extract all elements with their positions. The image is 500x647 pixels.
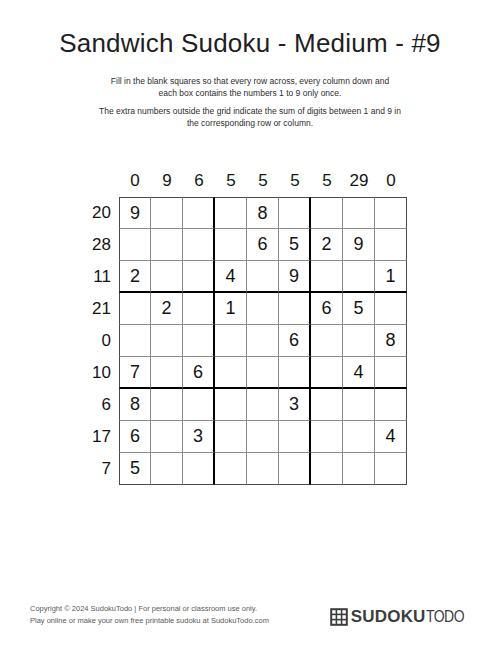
- sudoku-grid-icon: [330, 608, 348, 626]
- sudoku-cell-r2c8: 9: [343, 229, 375, 261]
- column-clue-1: 0: [119, 170, 151, 197]
- sudoku-cell-r1c1: 9: [119, 197, 151, 229]
- sudoku-cell-r9c1: 5: [119, 453, 151, 485]
- sudoku-cell-r8c1: 6: [119, 421, 151, 453]
- footer: Copyright © 2024 SudokuTodo | For person…: [30, 603, 269, 627]
- row-clue-7: 6: [93, 389, 119, 421]
- footer-tagline: Play online or make your own free printa…: [30, 615, 269, 627]
- row-clue-4: 21: [93, 293, 119, 325]
- sudoku-cell-r1c2: [151, 197, 183, 229]
- sudoku-cell-r7c9: [375, 389, 407, 421]
- row-clue-9: 7: [93, 453, 119, 485]
- sudoku-cell-r8c6: [279, 421, 311, 453]
- column-clue-8: 29: [343, 170, 375, 197]
- sudoku-cell-r8c2: [151, 421, 183, 453]
- sudoku-cell-r8c8: [343, 421, 375, 453]
- sudoku-cell-r9c6: [279, 453, 311, 485]
- sudoku-cell-r1c6: [279, 197, 311, 229]
- sudoku-cell-r8c5: [247, 421, 279, 453]
- sudoku-cell-r6c4: [215, 357, 247, 389]
- sudoku-cell-r3c3: [183, 261, 215, 293]
- sudoku-cell-r6c7: [311, 357, 343, 389]
- sudoku-cell-r4c6: [279, 293, 311, 325]
- row-clue-5: 0: [93, 325, 119, 357]
- instructions-line: each box contains the numbers 1 to 9 onl…: [0, 88, 500, 100]
- sudoku-cell-r6c9: [375, 357, 407, 389]
- sudoku-cell-r3c8: [343, 261, 375, 293]
- sudoku-cell-r9c8: [343, 453, 375, 485]
- sudoku-cell-r3c1: 2: [119, 261, 151, 293]
- sudoku-cell-r4c4: 1: [215, 293, 247, 325]
- column-clue-3: 6: [183, 170, 215, 197]
- sudoku-cell-r4c5: [247, 293, 279, 325]
- sudoku-cell-r3c5: [247, 261, 279, 293]
- sudokutodo-logo: SUDOKU TODO: [330, 607, 472, 627]
- sudoku-cell-r5c9: 8: [375, 325, 407, 357]
- logo-text-todo: TODO: [426, 607, 464, 627]
- column-clue-2: 9: [151, 170, 183, 197]
- sudoku-cell-r1c4: [215, 197, 247, 229]
- sudoku-cell-r3c2: [151, 261, 183, 293]
- sudoku-cell-r2c2: [151, 229, 183, 261]
- sudoku-cell-r1c5: 8: [247, 197, 279, 229]
- sudoku-cell-r4c1: [119, 293, 151, 325]
- sudoku-cell-r9c9: [375, 453, 407, 485]
- sudoku-cell-r5c2: [151, 325, 183, 357]
- sudoku-cell-r6c1: 7: [119, 357, 151, 389]
- sudoku-cell-r2c6: 5: [279, 229, 311, 261]
- page-title: Sandwich Sudoku - Medium - #9: [0, 28, 500, 59]
- sudoku-cell-r7c7: [311, 389, 343, 421]
- sudoku-cell-r2c1: [119, 229, 151, 261]
- board-corner-spacer: [93, 170, 119, 197]
- instructions-paragraph-1: Fill in the blank squares so that every …: [0, 76, 500, 99]
- sudoku-cell-r5c4: [215, 325, 247, 357]
- sudoku-cell-r3c9: 1: [375, 261, 407, 293]
- row-clue-1: 20: [93, 197, 119, 229]
- sudoku-cell-r1c8: [343, 197, 375, 229]
- sudoku-cell-r4c8: 5: [343, 293, 375, 325]
- sudoku-cell-r9c3: [183, 453, 215, 485]
- sudoku-cell-r7c6: 3: [279, 389, 311, 421]
- column-clue-7: 5: [311, 170, 343, 197]
- sudoku-cell-r9c7: [311, 453, 343, 485]
- sudoku-cell-r8c9: 4: [375, 421, 407, 453]
- sudoku-cell-r3c7: [311, 261, 343, 293]
- instructions-line: The extra numbers outside the grid indic…: [0, 106, 500, 118]
- sudoku-cell-r7c5: [247, 389, 279, 421]
- sudoku-cell-r5c3: [183, 325, 215, 357]
- instructions-line: the corresponding row or column.: [0, 118, 500, 130]
- sudoku-cell-r4c2: 2: [151, 293, 183, 325]
- row-clue-2: 28: [93, 229, 119, 261]
- column-clue-5: 5: [247, 170, 279, 197]
- sudoku-cell-r7c8: [343, 389, 375, 421]
- sudoku-cell-r6c5: [247, 357, 279, 389]
- sudoku-cell-r3c4: 4: [215, 261, 247, 293]
- sudoku-cell-r4c9: [375, 293, 407, 325]
- sudoku-cell-r4c7: 6: [311, 293, 343, 325]
- sudoku-cell-r5c7: [311, 325, 343, 357]
- sudoku-cell-r2c9: [375, 229, 407, 261]
- sudoku-cell-r7c2: [151, 389, 183, 421]
- sudoku-cell-r6c8: 4: [343, 357, 375, 389]
- sudoku-cell-r8c4: [215, 421, 247, 453]
- sudoku-cell-r2c5: 6: [247, 229, 279, 261]
- sudoku-cell-r2c3: [183, 229, 215, 261]
- row-clue-3: 11: [93, 261, 119, 293]
- sudoku-cell-r6c2: [151, 357, 183, 389]
- row-clue-8: 17: [93, 421, 119, 453]
- instructions-paragraph-2: The extra numbers outside the grid indic…: [0, 106, 500, 129]
- column-clue-4: 5: [215, 170, 247, 197]
- sudoku-cell-r5c5: [247, 325, 279, 357]
- sudoku-cell-r9c2: [151, 453, 183, 485]
- sudoku-board: 0965555290209828652911249121216506810764…: [93, 170, 407, 485]
- instructions-line: Fill in the blank squares so that every …: [0, 76, 500, 88]
- sudoku-cell-r9c5: [247, 453, 279, 485]
- sudoku-cell-r1c9: [375, 197, 407, 229]
- footer-copyright: Copyright © 2024 SudokuTodo | For person…: [30, 603, 269, 615]
- sudoku-cell-r8c7: [311, 421, 343, 453]
- sudoku-cell-r5c1: [119, 325, 151, 357]
- sudoku-cell-r7c1: 8: [119, 389, 151, 421]
- sudoku-cell-r3c6: 9: [279, 261, 311, 293]
- sudoku-cell-r6c6: [279, 357, 311, 389]
- sudoku-cell-r7c3: [183, 389, 215, 421]
- column-clue-9: 0: [375, 170, 407, 197]
- sudoku-cell-r1c7: [311, 197, 343, 229]
- column-clue-6: 5: [279, 170, 311, 197]
- sudoku-cell-r2c4: [215, 229, 247, 261]
- sudoku-cell-r9c4: [215, 453, 247, 485]
- sudoku-cell-r5c8: [343, 325, 375, 357]
- sudoku-cell-r8c3: 3: [183, 421, 215, 453]
- sudoku-cell-r2c7: 2: [311, 229, 343, 261]
- sudoku-cell-r6c3: 6: [183, 357, 215, 389]
- sudoku-cell-r5c6: 6: [279, 325, 311, 357]
- logo-text-sudoku: SUDOKU: [351, 607, 426, 627]
- sudoku-cell-r1c3: [183, 197, 215, 229]
- sudoku-cell-r7c4: [215, 389, 247, 421]
- row-clue-6: 10: [93, 357, 119, 389]
- sudoku-cell-r4c3: [183, 293, 215, 325]
